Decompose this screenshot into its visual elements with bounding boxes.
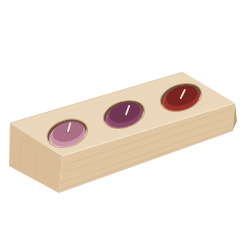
tealight-holder-scene [0,0,250,250]
product-photo [0,0,250,250]
